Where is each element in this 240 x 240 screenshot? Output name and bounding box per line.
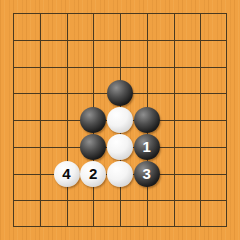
stone-black bbox=[107, 80, 133, 106]
go-board[interactable]: 1423 bbox=[0, 0, 240, 240]
stone-label: 1 bbox=[143, 139, 151, 154]
stone-black bbox=[134, 107, 160, 133]
stone-white-move-2: 2 bbox=[80, 161, 106, 187]
stone-label: 4 bbox=[62, 166, 70, 181]
stone-white bbox=[107, 161, 133, 187]
stone-black bbox=[80, 134, 106, 160]
stone-black-move-3: 3 bbox=[134, 161, 160, 187]
stone-black-move-1: 1 bbox=[134, 134, 160, 160]
stone-black bbox=[80, 107, 106, 133]
stone-white bbox=[107, 134, 133, 160]
stone-label: 3 bbox=[143, 166, 151, 181]
stone-white bbox=[107, 107, 133, 133]
stone-white-move-4: 4 bbox=[54, 161, 80, 187]
stone-label: 2 bbox=[89, 166, 97, 181]
go-board-screen: 1423 bbox=[0, 0, 240, 240]
